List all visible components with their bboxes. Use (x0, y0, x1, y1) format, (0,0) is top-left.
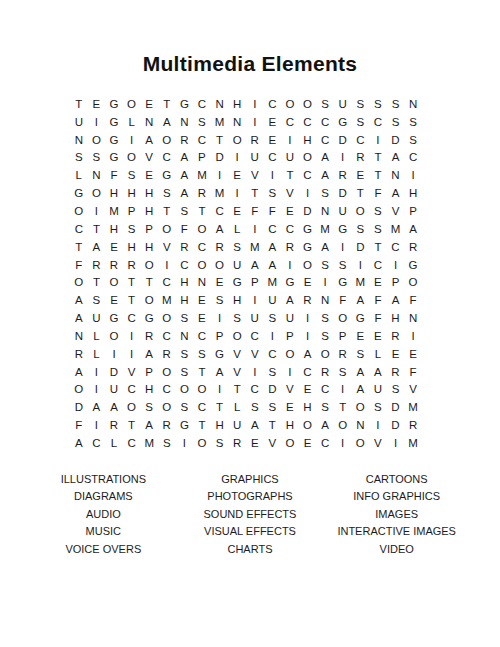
grid-cell-r17c13[interactable]: V (281, 381, 299, 399)
grid-cell-r4c13[interactable]: U (281, 149, 299, 167)
grid-cell-r13c6[interactable]: O (158, 309, 176, 327)
grid-cell-r6c4[interactable]: H (123, 184, 141, 202)
grid-cell-r10c2[interactable]: R (88, 256, 106, 274)
grid-cell-r17c3[interactable]: U (105, 381, 123, 399)
grid-cell-r7c4[interactable]: P (123, 202, 141, 220)
grid-cell-r14c6[interactable]: C (158, 327, 176, 345)
grid-cell-r15c5[interactable]: A (140, 345, 158, 363)
grid-cell-r14c16[interactable]: P (334, 327, 352, 345)
grid-cell-r15c8[interactable]: S (193, 345, 211, 363)
grid-cell-r6c9[interactable]: M (211, 184, 229, 202)
grid-cell-r12c10[interactable]: H (228, 291, 246, 309)
grid-cell-r13c5[interactable]: G (140, 309, 158, 327)
grid-cell-r7c15[interactable]: N (316, 202, 334, 220)
grid-cell-r3c19[interactable]: D (387, 131, 405, 149)
grid-cell-r6c17[interactable]: T (352, 184, 370, 202)
grid-cell-r15c12[interactable]: C (264, 345, 282, 363)
grid-cell-r6c8[interactable]: R (193, 184, 211, 202)
grid-cell-r18c12[interactable]: S (264, 398, 282, 416)
grid-cell-r15c6[interactable]: R (158, 345, 176, 363)
grid-cell-r4c7[interactable]: A (176, 149, 194, 167)
grid-cell-r3c14[interactable]: H (299, 131, 317, 149)
grid-cell-r14c1[interactable]: N (70, 327, 88, 345)
grid-cell-r10c5[interactable]: O (140, 256, 158, 274)
grid-cell-r18c16[interactable]: T (334, 398, 352, 416)
grid-cell-r3c9[interactable]: T (211, 131, 229, 149)
grid-cell-r19c3[interactable]: R (105, 416, 123, 434)
grid-cell-r7c13[interactable]: E (281, 202, 299, 220)
grid-cell-r12c2[interactable]: S (88, 291, 106, 309)
grid-cell-r8c16[interactable]: G (334, 220, 352, 238)
grid-cell-r15c16[interactable]: R (334, 345, 352, 363)
grid-cell-r11c7[interactable]: H (176, 273, 194, 291)
grid-cell-r18c4[interactable]: O (123, 398, 141, 416)
grid-cell-r4c14[interactable]: O (299, 149, 317, 167)
grid-cell-r16c12[interactable]: S (264, 363, 282, 381)
grid-cell-r10c16[interactable]: S (334, 256, 352, 274)
grid-cell-r4c6[interactable]: C (158, 149, 176, 167)
grid-cell-r20c4[interactable]: C (123, 434, 141, 452)
grid-cell-r17c2[interactable]: I (88, 381, 106, 399)
grid-cell-r15c13[interactable]: O (281, 345, 299, 363)
grid-cell-r20c9[interactable]: S (211, 434, 229, 452)
grid-cell-r5c15[interactable]: A (316, 166, 334, 184)
grid-cell-r12c1[interactable]: A (70, 291, 88, 309)
grid-cell-r12c18[interactable]: F (369, 291, 387, 309)
grid-cell-r6c12[interactable]: S (264, 184, 282, 202)
grid-cell-r5c9[interactable]: I (211, 166, 229, 184)
grid-cell-r17c8[interactable]: O (193, 381, 211, 399)
grid-cell-r14c5[interactable]: R (140, 327, 158, 345)
grid-cell-r11c14[interactable]: E (299, 273, 317, 291)
grid-cell-r14c14[interactable]: I (299, 327, 317, 345)
grid-cell-r18c13[interactable]: E (281, 398, 299, 416)
grid-cell-r12c3[interactable]: E (105, 291, 123, 309)
grid-cell-r16c19[interactable]: R (387, 363, 405, 381)
grid-cell-r14c19[interactable]: R (387, 327, 405, 345)
grid-cell-r9c15[interactable]: A (316, 238, 334, 256)
grid-cell-r13c16[interactable]: O (334, 309, 352, 327)
grid-cell-r1c6[interactable]: T (158, 95, 176, 113)
grid-cell-r14c15[interactable]: S (316, 327, 334, 345)
grid-cell-r13c1[interactable]: A (70, 309, 88, 327)
grid-cell-r1c3[interactable]: G (105, 95, 123, 113)
grid-cell-r10c15[interactable]: S (316, 256, 334, 274)
grid-cell-r17c20[interactable]: V (404, 381, 422, 399)
grid-cell-r19c1[interactable]: F (70, 416, 88, 434)
grid-cell-r7c3[interactable]: M (105, 202, 123, 220)
grid-cell-r19c13[interactable]: H (281, 416, 299, 434)
grid-cell-r15c7[interactable]: S (176, 345, 194, 363)
grid-cell-r4c15[interactable]: A (316, 149, 334, 167)
grid-cell-r4c16[interactable]: I (334, 149, 352, 167)
grid-cell-r15c11[interactable]: V (246, 345, 264, 363)
grid-cell-r12c20[interactable]: F (404, 291, 422, 309)
grid-cell-r1c11[interactable]: I (246, 95, 264, 113)
grid-cell-r3c5[interactable]: A (140, 131, 158, 149)
grid-cell-r12c5[interactable]: O (140, 291, 158, 309)
grid-cell-r14c8[interactable]: C (193, 327, 211, 345)
grid-cell-r12c8[interactable]: E (193, 291, 211, 309)
grid-cell-r11c6[interactable]: C (158, 273, 176, 291)
grid-cell-r5c19[interactable]: N (387, 166, 405, 184)
grid-cell-r12c14[interactable]: R (299, 291, 317, 309)
grid-cell-r18c15[interactable]: S (316, 398, 334, 416)
grid-cell-r14c4[interactable]: I (123, 327, 141, 345)
grid-cell-r11c2[interactable]: T (88, 273, 106, 291)
grid-cell-r5c10[interactable]: E (228, 166, 246, 184)
grid-cell-r6c6[interactable]: S (158, 184, 176, 202)
grid-cell-r6c5[interactable]: H (140, 184, 158, 202)
grid-cell-r5c8[interactable]: M (193, 166, 211, 184)
grid-cell-r16c10[interactable]: V (228, 363, 246, 381)
grid-cell-r7c8[interactable]: T (193, 202, 211, 220)
grid-cell-r11c12[interactable]: M (264, 273, 282, 291)
grid-cell-r11c19[interactable]: P (387, 273, 405, 291)
grid-cell-r12c12[interactable]: U (264, 291, 282, 309)
grid-cell-r13c12[interactable]: S (264, 309, 282, 327)
grid-cell-r15c4[interactable]: I (123, 345, 141, 363)
grid-cell-r1c10[interactable]: H (228, 95, 246, 113)
grid-cell-r12c6[interactable]: M (158, 291, 176, 309)
grid-cell-r15c15[interactable]: O (316, 345, 334, 363)
grid-cell-r18c5[interactable]: S (140, 398, 158, 416)
grid-cell-r8c7[interactable]: F (176, 220, 194, 238)
grid-cell-r9c17[interactable]: D (352, 238, 370, 256)
grid-cell-r2c10[interactable]: N (228, 113, 246, 131)
grid-cell-r11c16[interactable]: G (334, 273, 352, 291)
grid-cell-r7c5[interactable]: H (140, 202, 158, 220)
grid-cell-r11c15[interactable]: I (316, 273, 334, 291)
grid-cell-r5c7[interactable]: A (176, 166, 194, 184)
grid-cell-r3c6[interactable]: O (158, 131, 176, 149)
grid-cell-r14c9[interactable]: P (211, 327, 229, 345)
grid-cell-r3c17[interactable]: C (352, 131, 370, 149)
grid-cell-r10c20[interactable]: G (404, 256, 422, 274)
grid-cell-r13c20[interactable]: N (404, 309, 422, 327)
grid-cell-r16c18[interactable]: A (369, 363, 387, 381)
grid-cell-r5c1[interactable]: L (70, 166, 88, 184)
grid-cell-r2c7[interactable]: N (176, 113, 194, 131)
grid-cell-r15c9[interactable]: G (211, 345, 229, 363)
grid-cell-r9c12[interactable]: A (264, 238, 282, 256)
grid-cell-r10c9[interactable]: O (211, 256, 229, 274)
grid-cell-r7c7[interactable]: S (176, 202, 194, 220)
grid-cell-r9c7[interactable]: R (176, 238, 194, 256)
grid-cell-r6c15[interactable]: S (316, 184, 334, 202)
grid-cell-r16c6[interactable]: O (158, 363, 176, 381)
grid-cell-r16c20[interactable]: F (404, 363, 422, 381)
grid-cell-r6c20[interactable]: H (404, 184, 422, 202)
grid-cell-r1c4[interactable]: O (123, 95, 141, 113)
grid-cell-r13c17[interactable]: G (352, 309, 370, 327)
grid-cell-r5c12[interactable]: I (264, 166, 282, 184)
grid-cell-r17c5[interactable]: H (140, 381, 158, 399)
grid-cell-r18c10[interactable]: L (228, 398, 246, 416)
grid-cell-r18c2[interactable]: A (88, 398, 106, 416)
grid-cell-r9c18[interactable]: T (369, 238, 387, 256)
grid-cell-r1c18[interactable]: S (369, 95, 387, 113)
grid-cell-r9c10[interactable]: S (228, 238, 246, 256)
grid-cell-r2c13[interactable]: C (281, 113, 299, 131)
grid-cell-r4c20[interactable]: C (404, 149, 422, 167)
grid-cell-r14c10[interactable]: O (228, 327, 246, 345)
grid-cell-r5c4[interactable]: S (123, 166, 141, 184)
grid-cell-r12c16[interactable]: F (334, 291, 352, 309)
grid-cell-r9c6[interactable]: V (158, 238, 176, 256)
grid-cell-r20c18[interactable]: V (369, 434, 387, 452)
grid-cell-r1c12[interactable]: C (264, 95, 282, 113)
grid-cell-r10c1[interactable]: F (70, 256, 88, 274)
grid-cell-r1c20[interactable]: N (404, 95, 422, 113)
grid-cell-r5c2[interactable]: N (88, 166, 106, 184)
grid-cell-r8c17[interactable]: S (352, 220, 370, 238)
grid-cell-r1c16[interactable]: U (334, 95, 352, 113)
grid-cell-r6c1[interactable]: G (70, 184, 88, 202)
grid-cell-r6c7[interactable]: A (176, 184, 194, 202)
grid-cell-r16c14[interactable]: C (299, 363, 317, 381)
grid-cell-r13c2[interactable]: U (88, 309, 106, 327)
grid-cell-r8c18[interactable]: S (369, 220, 387, 238)
grid-cell-r9c16[interactable]: I (334, 238, 352, 256)
grid-cell-r13c19[interactable]: H (387, 309, 405, 327)
grid-cell-r1c7[interactable]: G (176, 95, 194, 113)
grid-cell-r15c1[interactable]: R (70, 345, 88, 363)
grid-cell-r4c2[interactable]: S (88, 149, 106, 167)
grid-cell-r11c3[interactable]: O (105, 273, 123, 291)
grid-cell-r20c10[interactable]: R (228, 434, 246, 452)
grid-cell-r18c17[interactable]: O (352, 398, 370, 416)
grid-cell-r13c14[interactable]: I (299, 309, 317, 327)
grid-cell-r13c7[interactable]: S (176, 309, 194, 327)
grid-cell-r1c8[interactable]: C (193, 95, 211, 113)
grid-cell-r20c12[interactable]: V (264, 434, 282, 452)
grid-cell-r16c8[interactable]: T (193, 363, 211, 381)
grid-cell-r5c13[interactable]: T (281, 166, 299, 184)
grid-cell-r16c7[interactable]: S (176, 363, 194, 381)
grid-cell-r10c17[interactable]: I (352, 256, 370, 274)
grid-cell-r20c6[interactable]: S (158, 434, 176, 452)
grid-cell-r20c17[interactable]: O (352, 434, 370, 452)
grid-cell-r3c12[interactable]: E (264, 131, 282, 149)
grid-cell-r20c8[interactable]: O (193, 434, 211, 452)
grid-cell-r1c13[interactable]: O (281, 95, 299, 113)
grid-cell-r7c18[interactable]: S (369, 202, 387, 220)
grid-cell-r17c18[interactable]: U (369, 381, 387, 399)
grid-cell-r1c5[interactable]: E (140, 95, 158, 113)
grid-cell-r19c8[interactable]: T (193, 416, 211, 434)
grid-cell-r20c13[interactable]: O (281, 434, 299, 452)
grid-cell-r12c19[interactable]: A (387, 291, 405, 309)
grid-cell-r2c9[interactable]: M (211, 113, 229, 131)
grid-cell-r17c19[interactable]: S (387, 381, 405, 399)
grid-cell-r2c6[interactable]: A (158, 113, 176, 131)
grid-cell-r3c16[interactable]: D (334, 131, 352, 149)
grid-cell-r9c9[interactable]: R (211, 238, 229, 256)
grid-cell-r20c14[interactable]: E (299, 434, 317, 452)
grid-cell-r8c14[interactable]: G (299, 220, 317, 238)
grid-cell-r6c14[interactable]: I (299, 184, 317, 202)
grid-cell-r5c6[interactable]: G (158, 166, 176, 184)
grid-cell-r16c2[interactable]: I (88, 363, 106, 381)
grid-cell-r18c7[interactable]: S (176, 398, 194, 416)
grid-cell-r20c7[interactable]: I (176, 434, 194, 452)
grid-cell-r7c11[interactable]: F (246, 202, 264, 220)
grid-cell-r19c9[interactable]: H (211, 416, 229, 434)
grid-cell-r1c19[interactable]: S (387, 95, 405, 113)
grid-cell-r10c12[interactable]: A (264, 256, 282, 274)
grid-cell-r13c13[interactable]: U (281, 309, 299, 327)
grid-cell-r16c17[interactable]: A (352, 363, 370, 381)
grid-cell-r5c11[interactable]: V (246, 166, 264, 184)
grid-cell-r4c5[interactable]: V (140, 149, 158, 167)
grid-cell-r15c17[interactable]: S (352, 345, 370, 363)
grid-cell-r20c3[interactable]: L (105, 434, 123, 452)
grid-cell-r3c15[interactable]: C (316, 131, 334, 149)
grid-cell-r8c15[interactable]: M (316, 220, 334, 238)
grid-cell-r17c7[interactable]: O (176, 381, 194, 399)
grid-cell-r20c20[interactable]: M (404, 434, 422, 452)
grid-cell-r12c4[interactable]: T (123, 291, 141, 309)
grid-cell-r5c16[interactable]: R (334, 166, 352, 184)
grid-cell-r13c4[interactable]: C (123, 309, 141, 327)
grid-cell-r6c11[interactable]: T (246, 184, 264, 202)
grid-cell-r20c2[interactable]: C (88, 434, 106, 452)
grid-cell-r2c1[interactable]: U (70, 113, 88, 131)
grid-cell-r17c4[interactable]: C (123, 381, 141, 399)
grid-cell-r17c14[interactable]: E (299, 381, 317, 399)
grid-cell-r18c6[interactable]: O (158, 398, 176, 416)
grid-cell-r8c13[interactable]: C (281, 220, 299, 238)
grid-cell-r16c13[interactable]: I (281, 363, 299, 381)
grid-cell-r9c19[interactable]: C (387, 238, 405, 256)
grid-cell-r7c9[interactable]: C (211, 202, 229, 220)
grid-cell-r19c19[interactable]: D (387, 416, 405, 434)
grid-cell-r8c5[interactable]: P (140, 220, 158, 238)
grid-cell-r6c18[interactable]: F (369, 184, 387, 202)
grid-cell-r17c16[interactable]: I (334, 381, 352, 399)
grid-cell-r9c20[interactable]: R (404, 238, 422, 256)
grid-cell-r7c10[interactable]: E (228, 202, 246, 220)
grid-cell-r10c14[interactable]: O (299, 256, 317, 274)
grid-cell-r13c11[interactable]: U (246, 309, 264, 327)
grid-cell-r2c8[interactable]: S (193, 113, 211, 131)
grid-cell-r10c3[interactable]: R (105, 256, 123, 274)
grid-cell-r2c11[interactable]: I (246, 113, 264, 131)
grid-cell-r6c2[interactable]: O (88, 184, 106, 202)
grid-cell-r10c8[interactable]: O (193, 256, 211, 274)
grid-cell-r19c18[interactable]: I (369, 416, 387, 434)
grid-cell-r8c4[interactable]: S (123, 220, 141, 238)
grid-cell-r9c2[interactable]: A (88, 238, 106, 256)
grid-cell-r5c3[interactable]: F (105, 166, 123, 184)
grid-cell-r18c11[interactable]: S (246, 398, 264, 416)
grid-cell-r12c9[interactable]: S (211, 291, 229, 309)
grid-cell-r17c6[interactable]: C (158, 381, 176, 399)
grid-cell-r3c10[interactable]: O (228, 131, 246, 149)
grid-cell-r15c3[interactable]: I (105, 345, 123, 363)
grid-cell-r4c8[interactable]: P (193, 149, 211, 167)
grid-cell-r2c4[interactable]: L (123, 113, 141, 131)
grid-cell-r9c4[interactable]: H (123, 238, 141, 256)
grid-cell-r14c20[interactable]: I (404, 327, 422, 345)
grid-cell-r3c20[interactable]: S (404, 131, 422, 149)
grid-cell-r1c17[interactable]: S (352, 95, 370, 113)
grid-cell-r3c2[interactable]: O (88, 131, 106, 149)
grid-cell-r8c1[interactable]: C (70, 220, 88, 238)
grid-cell-r11c10[interactable]: G (228, 273, 246, 291)
grid-cell-r7c12[interactable]: F (264, 202, 282, 220)
grid-cell-r9c13[interactable]: R (281, 238, 299, 256)
grid-cell-r4c17[interactable]: R (352, 149, 370, 167)
grid-cell-r14c18[interactable]: E (369, 327, 387, 345)
grid-cell-r15c19[interactable]: E (387, 345, 405, 363)
grid-cell-r19c6[interactable]: R (158, 416, 176, 434)
grid-cell-r2c2[interactable]: I (88, 113, 106, 131)
grid-cell-r2c17[interactable]: S (352, 113, 370, 131)
grid-cell-r17c15[interactable]: C (316, 381, 334, 399)
grid-cell-r11c5[interactable]: T (140, 273, 158, 291)
grid-cell-r17c9[interactable]: I (211, 381, 229, 399)
grid-cell-r18c9[interactable]: T (211, 398, 229, 416)
grid-cell-r5c14[interactable]: C (299, 166, 317, 184)
grid-cell-r20c15[interactable]: C (316, 434, 334, 452)
grid-cell-r3c7[interactable]: R (176, 131, 194, 149)
grid-cell-r7c17[interactable]: O (352, 202, 370, 220)
grid-cell-r2c19[interactable]: S (387, 113, 405, 131)
grid-cell-r19c2[interactable]: I (88, 416, 106, 434)
grid-cell-r10c7[interactable]: C (176, 256, 194, 274)
grid-cell-r3c13[interactable]: I (281, 131, 299, 149)
grid-cell-r1c1[interactable]: T (70, 95, 88, 113)
grid-cell-r12c7[interactable]: H (176, 291, 194, 309)
grid-cell-r19c15[interactable]: A (316, 416, 334, 434)
grid-cell-r20c19[interactable]: I (387, 434, 405, 452)
grid-cell-r11c4[interactable]: T (123, 273, 141, 291)
grid-cell-r7c20[interactable]: P (404, 202, 422, 220)
grid-cell-r1c15[interactable]: S (316, 95, 334, 113)
grid-cell-r11c8[interactable]: N (193, 273, 211, 291)
grid-cell-r8c9[interactable]: A (211, 220, 229, 238)
grid-cell-r7c6[interactable]: T (158, 202, 176, 220)
grid-cell-r4c1[interactable]: S (70, 149, 88, 167)
grid-cell-r10c13[interactable]: I (281, 256, 299, 274)
grid-cell-r16c9[interactable]: A (211, 363, 229, 381)
grid-cell-r16c15[interactable]: R (316, 363, 334, 381)
grid-cell-r5c5[interactable]: E (140, 166, 158, 184)
grid-cell-r13c9[interactable]: I (211, 309, 229, 327)
grid-cell-r6c19[interactable]: A (387, 184, 405, 202)
grid-cell-r18c20[interactable]: M (404, 398, 422, 416)
grid-cell-r9c11[interactable]: M (246, 238, 264, 256)
grid-cell-r17c11[interactable]: C (246, 381, 264, 399)
grid-cell-r15c18[interactable]: L (369, 345, 387, 363)
grid-cell-r8c8[interactable]: O (193, 220, 211, 238)
grid-cell-r15c14[interactable]: A (299, 345, 317, 363)
grid-cell-r17c12[interactable]: D (264, 381, 282, 399)
grid-cell-r9c14[interactable]: G (299, 238, 317, 256)
grid-cell-r9c5[interactable]: H (140, 238, 158, 256)
grid-cell-r9c8[interactable]: C (193, 238, 211, 256)
grid-cell-r2c16[interactable]: G (334, 113, 352, 131)
grid-cell-r19c11[interactable]: A (246, 416, 264, 434)
grid-cell-r10c10[interactable]: U (228, 256, 246, 274)
grid-cell-r20c16[interactable]: I (334, 434, 352, 452)
grid-cell-r15c20[interactable]: E (404, 345, 422, 363)
grid-cell-r8c19[interactable]: M (387, 220, 405, 238)
grid-cell-r17c10[interactable]: T (228, 381, 246, 399)
grid-cell-r6c10[interactable]: I (228, 184, 246, 202)
